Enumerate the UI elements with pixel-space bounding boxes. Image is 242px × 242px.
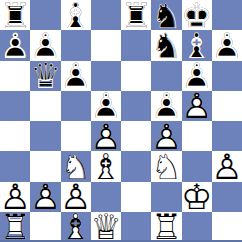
piece-black-pawn[interactable]: ♟♙ [61, 61, 91, 91]
white-rook-outline-icon: ♖ [0, 212, 30, 242]
white-pawn-outline-icon: ♙ [212, 152, 242, 182]
square-b2[interactable]: ♟♙ [30, 182, 60, 212]
square-a2[interactable]: ♟♙ [0, 182, 30, 212]
square-d5[interactable]: ♟♙ [91, 91, 121, 121]
white-pawn-outline-icon: ♙ [151, 122, 181, 152]
white-knight-icon: ♞ [151, 152, 181, 182]
square-h5[interactable] [212, 91, 242, 121]
square-h8[interactable] [212, 0, 242, 30]
piece-white-pawn[interactable]: ♟♙ [30, 182, 60, 212]
white-pawn-icon: ♟ [151, 122, 181, 152]
square-d7[interactable] [91, 30, 121, 60]
black-knight-outline-icon: ♘ [151, 31, 181, 61]
white-rook-icon: ♜ [151, 212, 181, 242]
white-pawn-icon: ♟ [0, 182, 30, 212]
square-g6[interactable]: ♟♙ [182, 61, 212, 91]
square-f1[interactable]: ♜♖ [151, 212, 181, 242]
white-pawn-icon: ♟ [212, 152, 242, 182]
white-pawn-outline-icon: ♙ [0, 182, 30, 212]
square-f7[interactable]: ♞♘ [151, 30, 181, 60]
square-c7[interactable] [61, 30, 91, 60]
piece-black-rook[interactable]: ♜♖ [121, 0, 151, 30]
white-pawn-outline-icon: ♙ [182, 91, 212, 121]
square-f6[interactable] [151, 61, 181, 91]
white-pawn-icon: ♟ [182, 91, 212, 121]
square-g3[interactable] [182, 151, 212, 181]
square-e7[interactable] [121, 30, 151, 60]
piece-white-king[interactable]: ♚♔ [182, 182, 212, 212]
piece-white-pawn[interactable]: ♟♙ [182, 91, 212, 121]
piece-white-pawn[interactable]: ♟♙ [151, 121, 181, 151]
white-bishop-outline-icon: ♗ [91, 152, 121, 182]
square-b7[interactable]: ♟♙ [30, 30, 60, 60]
piece-black-pawn[interactable]: ♟♙ [91, 91, 121, 121]
square-f4[interactable]: ♟♙ [151, 121, 181, 151]
piece-white-pawn[interactable]: ♟♙ [91, 121, 121, 151]
piece-white-pawn[interactable]: ♟♙ [0, 182, 30, 212]
square-d6[interactable] [91, 61, 121, 91]
piece-black-king[interactable]: ♚♔ [182, 0, 212, 30]
square-f5[interactable]: ♟♙ [151, 91, 181, 121]
black-bishop-icon: ♝ [61, 1, 91, 31]
square-f8[interactable]: ♞♘ [151, 0, 181, 30]
square-a7[interactable]: ♟♙ [0, 30, 30, 60]
black-bishop-outline-icon: ♗ [61, 1, 91, 31]
black-pawn-icon: ♟ [30, 31, 60, 61]
white-king-icon: ♚ [182, 182, 212, 212]
square-a8[interactable]: ♜♖ [0, 0, 30, 30]
square-a4[interactable] [0, 121, 30, 151]
white-knight-outline-icon: ♘ [61, 152, 91, 182]
white-pawn-icon: ♟ [61, 182, 91, 212]
white-knight-icon: ♞ [61, 152, 91, 182]
square-c2[interactable]: ♟♙ [61, 182, 91, 212]
square-e2[interactable] [121, 182, 151, 212]
piece-white-rook[interactable]: ♜♖ [0, 212, 30, 242]
square-f2[interactable] [151, 182, 181, 212]
black-knight-outline-icon: ♘ [151, 1, 181, 31]
black-pawn-icon: ♟ [212, 31, 242, 61]
piece-white-bishop[interactable]: ♝♗ [61, 212, 91, 242]
black-rook-outline-icon: ♖ [121, 1, 151, 31]
square-d4[interactable]: ♟♙ [91, 121, 121, 151]
square-c5[interactable] [61, 91, 91, 121]
square-h7[interactable]: ♟♙ [212, 30, 242, 60]
square-e3[interactable] [121, 151, 151, 181]
white-pawn-outline-icon: ♙ [30, 182, 60, 212]
black-pawn-outline-icon: ♙ [0, 31, 30, 61]
black-pawn-outline-icon: ♙ [151, 91, 181, 121]
square-d2[interactable] [91, 182, 121, 212]
piece-black-pawn[interactable]: ♟♙ [151, 91, 181, 121]
square-b8[interactable] [30, 0, 60, 30]
piece-white-bishop[interactable]: ♝♗ [91, 151, 121, 181]
square-g5[interactable]: ♟♙ [182, 91, 212, 121]
square-a1[interactable]: ♜♖ [0, 212, 30, 242]
square-a6[interactable] [0, 61, 30, 91]
square-e1[interactable] [121, 212, 151, 242]
white-rook-outline-icon: ♖ [151, 212, 181, 242]
black-rook-icon: ♜ [0, 1, 30, 31]
square-a5[interactable] [0, 91, 30, 121]
white-bishop-icon: ♝ [91, 152, 121, 182]
black-knight-icon: ♞ [151, 31, 181, 61]
square-h6[interactable] [212, 61, 242, 91]
square-h3[interactable]: ♟♙ [212, 151, 242, 181]
white-bishop-icon: ♝ [61, 212, 91, 242]
black-pawn-outline-icon: ♙ [91, 91, 121, 121]
black-queen-outline-icon: ♕ [30, 61, 60, 91]
square-b3[interactable] [30, 151, 60, 181]
square-b5[interactable] [30, 91, 60, 121]
square-e6[interactable] [121, 61, 151, 91]
square-c1[interactable]: ♝♗ [61, 212, 91, 242]
black-rook-outline-icon: ♖ [0, 1, 30, 31]
black-pawn-outline-icon: ♙ [182, 61, 212, 91]
square-e5[interactable] [121, 91, 151, 121]
black-queen-icon: ♛ [30, 61, 60, 91]
white-queen-outline-icon: ♕ [91, 212, 121, 242]
black-pawn-icon: ♟ [61, 61, 91, 91]
black-pawn-outline-icon: ♙ [30, 31, 60, 61]
piece-black-bishop[interactable]: ♝♗ [61, 0, 91, 30]
piece-white-pawn[interactable]: ♟♙ [61, 182, 91, 212]
piece-black-pawn[interactable]: ♟♙ [182, 61, 212, 91]
white-king-outline-icon: ♔ [182, 182, 212, 212]
white-knight-outline-icon: ♘ [151, 152, 181, 182]
square-d1[interactable]: ♛♕ [91, 212, 121, 242]
black-rook-icon: ♜ [121, 1, 151, 31]
white-pawn-icon: ♟ [91, 122, 121, 152]
white-pawn-outline-icon: ♙ [91, 122, 121, 152]
square-b4[interactable] [30, 121, 60, 151]
square-g7[interactable]: ♝♗ [182, 30, 212, 60]
square-g8[interactable]: ♚♔ [182, 0, 212, 30]
piece-black-pawn[interactable]: ♟♙ [30, 30, 60, 60]
square-d8[interactable] [91, 0, 121, 30]
piece-black-pawn[interactable]: ♟♙ [0, 30, 30, 60]
square-e8[interactable]: ♜♖ [121, 0, 151, 30]
piece-black-pawn[interactable]: ♟♙ [212, 30, 242, 60]
square-a3[interactable] [0, 151, 30, 181]
piece-black-bishop[interactable]: ♝♗ [182, 30, 212, 60]
black-bishop-outline-icon: ♗ [182, 31, 212, 61]
black-pawn-icon: ♟ [151, 91, 181, 121]
black-knight-icon: ♞ [151, 1, 181, 31]
piece-white-rook[interactable]: ♜♖ [151, 212, 181, 242]
piece-black-rook[interactable]: ♜♖ [0, 0, 30, 30]
black-king-outline-icon: ♔ [182, 1, 212, 31]
white-queen-icon: ♛ [91, 212, 121, 242]
chess-board: ♜♖♝♗♜♖♞♘♚♔♟♙♟♙♞♘♝♗♟♙♛♕♟♙♟♙♟♙♟♙♟♙♟♙♟♙♞♘♝♗… [0, 0, 242, 242]
square-c8[interactable]: ♝♗ [61, 0, 91, 30]
square-c3[interactable]: ♞♘ [61, 151, 91, 181]
square-g1[interactable] [182, 212, 212, 242]
black-pawn-outline-icon: ♙ [212, 31, 242, 61]
piece-black-knight[interactable]: ♞♘ [151, 0, 181, 30]
square-c6[interactable]: ♟♙ [61, 61, 91, 91]
square-b1[interactable] [30, 212, 60, 242]
white-rook-icon: ♜ [0, 212, 30, 242]
square-b6[interactable]: ♛♕ [30, 61, 60, 91]
black-king-icon: ♚ [182, 1, 212, 31]
square-h1[interactable] [212, 212, 242, 242]
black-pawn-icon: ♟ [91, 91, 121, 121]
white-pawn-outline-icon: ♙ [61, 182, 91, 212]
white-bishop-outline-icon: ♗ [61, 212, 91, 242]
square-h2[interactable] [212, 182, 242, 212]
white-pawn-icon: ♟ [30, 182, 60, 212]
square-d3[interactable]: ♝♗ [91, 151, 121, 181]
square-f3[interactable]: ♞♘ [151, 151, 181, 181]
square-h4[interactable] [212, 121, 242, 151]
piece-white-pawn[interactable]: ♟♙ [212, 151, 242, 181]
square-c4[interactable] [61, 121, 91, 151]
piece-white-knight[interactable]: ♞♘ [151, 151, 181, 181]
black-pawn-outline-icon: ♙ [61, 61, 91, 91]
black-pawn-icon: ♟ [0, 31, 30, 61]
piece-black-queen[interactable]: ♛♕ [30, 61, 60, 91]
piece-black-knight[interactable]: ♞♘ [151, 30, 181, 60]
black-pawn-icon: ♟ [182, 61, 212, 91]
piece-white-knight[interactable]: ♞♘ [61, 151, 91, 181]
square-g2[interactable]: ♚♔ [182, 182, 212, 212]
square-e4[interactable] [121, 121, 151, 151]
square-g4[interactable] [182, 121, 212, 151]
black-bishop-icon: ♝ [182, 31, 212, 61]
piece-white-queen[interactable]: ♛♕ [91, 212, 121, 242]
